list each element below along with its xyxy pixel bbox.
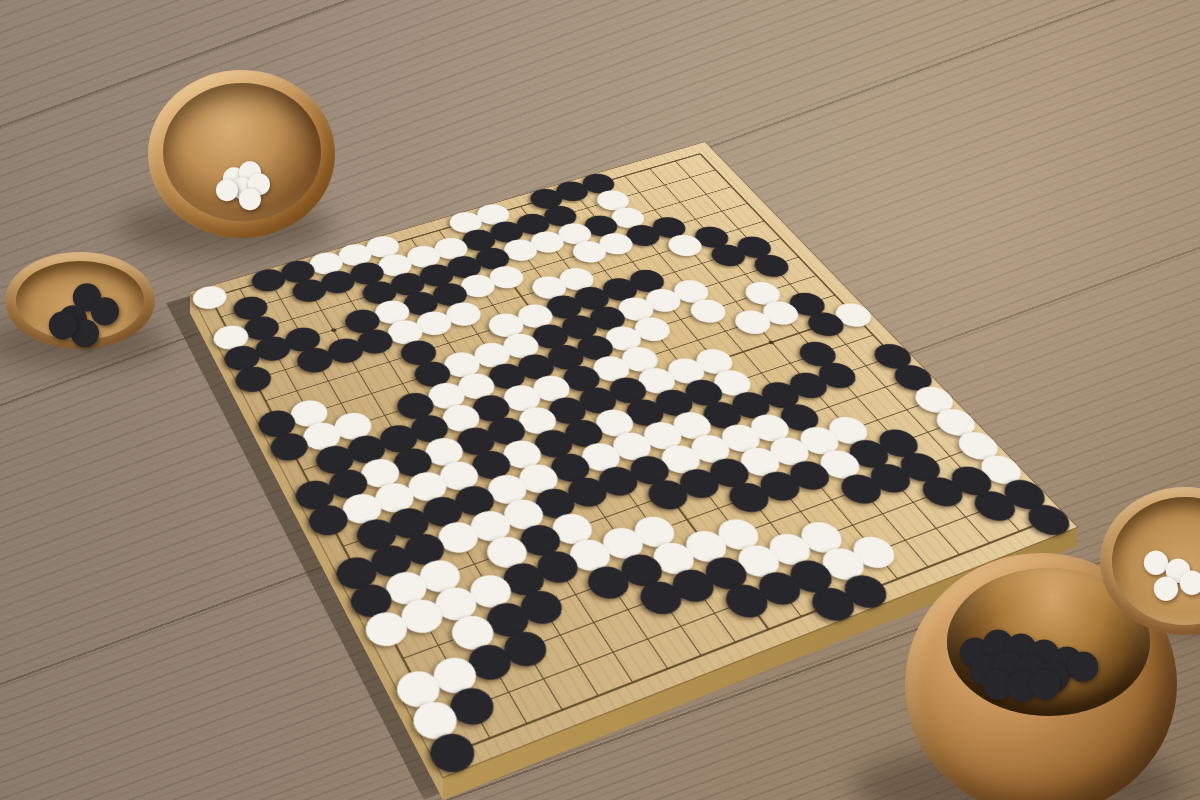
table-surface: ●●●●●●●●●●●●●●●●●●●●●●●●●●●●●●●●●●●●●●●●…: [0, 0, 1200, 800]
white-stone-in-lid: ●: [1152, 570, 1180, 602]
white-stone-bowl: ●●●●●●: [148, 70, 335, 238]
captured-black-stones-lid: ●●●●●: [5, 252, 155, 349]
white-stone-in-bowl: ●: [214, 174, 239, 203]
black-stone-in-bowl: ●: [1028, 661, 1063, 701]
white-stone-in-lid: ●: [1178, 564, 1200, 596]
white-stone-in-bowl: ●: [237, 183, 262, 212]
black-stone-in-lid: ●: [47, 304, 79, 341]
black-stone-in-bowl: ●: [1066, 643, 1101, 683]
